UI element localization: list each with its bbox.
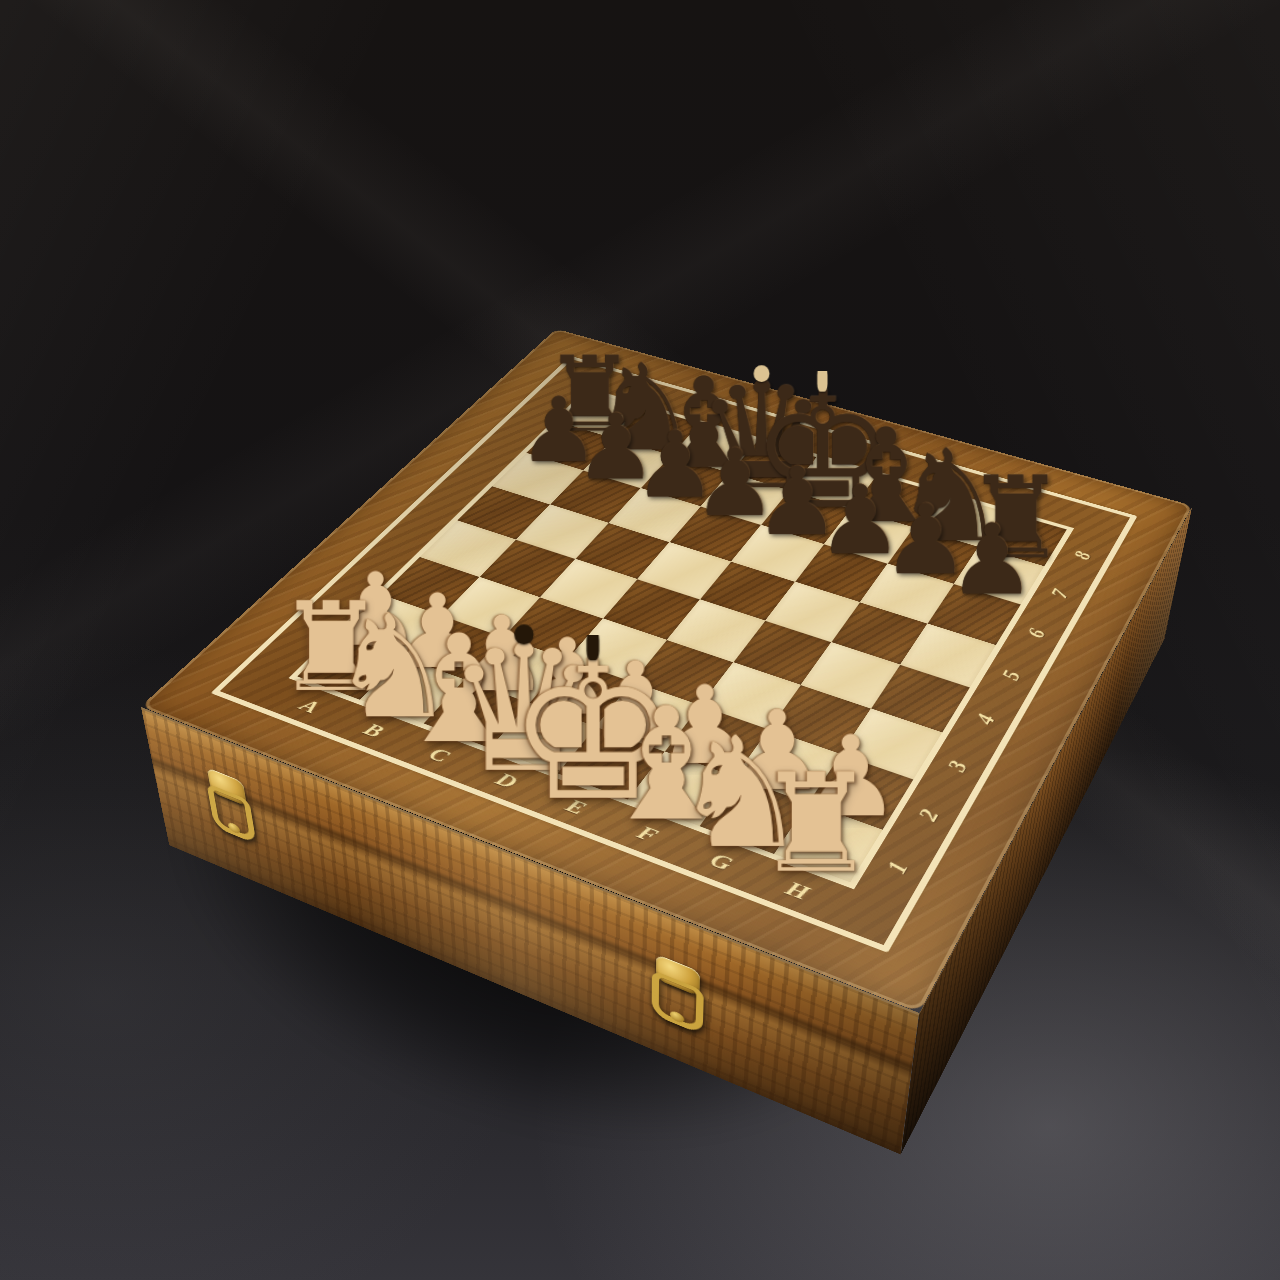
latch-knob <box>228 821 241 835</box>
black-king-finial <box>817 364 827 391</box>
brass-latch-right <box>649 951 708 1036</box>
latch-hoop <box>652 970 704 1035</box>
chess-box: ABCDEFGH 12345678 ♜♞♝♛♚♝♞♜♟♟♟♟♟♟♟♟♟♟♟♟♟♟… <box>141 329 1193 1013</box>
latch-plate <box>207 767 247 806</box>
photo-scene: ABCDEFGH 12345678 ♜♞♝♛♚♝♞♜♟♟♟♟♟♟♟♟♟♟♟♟♟♟… <box>0 0 1280 1280</box>
white-king-finial <box>587 627 599 660</box>
board-top-face: ABCDEFGH 12345678 ♜♞♝♛♚♝♞♜♟♟♟♟♟♟♟♟♟♟♟♟♟♟… <box>141 329 1193 1013</box>
latch-knob <box>670 1010 684 1025</box>
latch-plate <box>656 954 700 997</box>
brass-latch-left <box>201 765 259 845</box>
perspective-stage: ABCDEFGH 12345678 ♜♞♝♛♚♝♞♜♟♟♟♟♟♟♟♟♟♟♟♟♟♟… <box>0 0 1280 1280</box>
latch-hoop <box>207 783 257 844</box>
